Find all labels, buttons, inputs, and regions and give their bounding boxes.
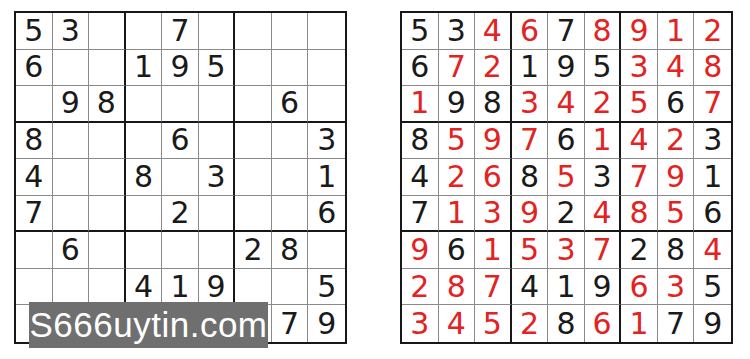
cell-r3c5: [162, 86, 199, 123]
cell-r3c9: [308, 86, 345, 123]
cell-r5c3: [89, 159, 126, 196]
cell-r2c9: 8: [694, 50, 731, 87]
cell-r1c4: 6: [512, 13, 549, 50]
cell-r2c3: 2: [475, 50, 512, 87]
cell-r2c3: [89, 50, 126, 87]
cell-r2c7: 3: [621, 50, 658, 87]
sudoku-diagram: 537619598686348317266284195879 534678912…: [0, 0, 750, 359]
cell-r6c5: 2: [162, 196, 199, 233]
cell-r9c2: 4: [439, 305, 476, 342]
cell-r7c1: 9: [402, 232, 439, 269]
cell-r2c4: 1: [512, 50, 549, 87]
cell-r6c7: 8: [621, 196, 658, 233]
cell-r6c2: [53, 196, 90, 233]
cell-r4c2: [53, 123, 90, 160]
cell-r1c8: [272, 13, 309, 50]
cell-r5c1: 4: [16, 159, 53, 196]
cell-r4c5: 6: [162, 123, 199, 160]
cell-r5c7: [235, 159, 272, 196]
cell-r7c9: [308, 232, 345, 269]
cell-r4c3: 9: [475, 123, 512, 160]
cell-r9c5: 8: [548, 305, 585, 342]
cell-r6c6: 4: [585, 196, 622, 233]
cell-r3c1: [16, 86, 53, 123]
cell-r2c9: [308, 50, 345, 87]
cell-r2c2: [53, 50, 90, 87]
cell-r6c1: 7: [402, 196, 439, 233]
cell-r5c4: 8: [126, 159, 163, 196]
cell-r5c9: 1: [308, 159, 345, 196]
cell-r8c9: 5: [694, 269, 731, 306]
cell-r4c1: 8: [16, 123, 53, 160]
cell-r1c7: [235, 13, 272, 50]
cell-r9c6: 6: [585, 305, 622, 342]
cell-r4c7: 4: [621, 123, 658, 160]
cell-r5c6: 3: [585, 159, 622, 196]
cell-r8c6: 9: [199, 269, 236, 306]
cell-r7c6: [199, 232, 236, 269]
cell-r7c5: [162, 232, 199, 269]
cell-r3c2: 9: [53, 86, 90, 123]
cell-r3c3: 8: [475, 86, 512, 123]
cell-r4c9: 3: [694, 123, 731, 160]
cell-r7c3: 1: [475, 232, 512, 269]
cell-r5c2: [53, 159, 90, 196]
cell-r8c6: 9: [585, 269, 622, 306]
solution-board: 5346789126721953481983425678597614234268…: [400, 11, 733, 344]
cell-r1c4: [126, 13, 163, 50]
cell-r8c1: 2: [402, 269, 439, 306]
cell-r3c1: 1: [402, 86, 439, 123]
cell-r6c6: [199, 196, 236, 233]
cell-r6c3: 3: [475, 196, 512, 233]
cell-r9c1: 3: [402, 305, 439, 342]
cell-r7c4: 5: [512, 232, 549, 269]
cell-r3c6: 2: [585, 86, 622, 123]
cell-r4c5: 6: [548, 123, 585, 160]
cell-r9c3: 5: [475, 305, 512, 342]
cell-r4c1: 8: [402, 123, 439, 160]
cell-r1c9: 2: [694, 13, 731, 50]
cell-r1c1: 5: [16, 13, 53, 50]
cell-r3c6: [199, 86, 236, 123]
cell-r4c6: [199, 123, 236, 160]
cell-r7c8: 8: [658, 232, 695, 269]
cell-r6c1: 7: [16, 196, 53, 233]
cell-r4c2: 5: [439, 123, 476, 160]
cell-r8c1: [16, 269, 53, 306]
cell-r2c6: 5: [199, 50, 236, 87]
cell-r7c2: 6: [53, 232, 90, 269]
cell-r5c5: [162, 159, 199, 196]
cell-r7c6: 7: [585, 232, 622, 269]
cell-r9c4: 2: [512, 305, 549, 342]
cell-r7c3: [89, 232, 126, 269]
cell-r7c8: 8: [272, 232, 309, 269]
cell-r7c7: 2: [235, 232, 272, 269]
cell-r4c4: [126, 123, 163, 160]
cell-r6c7: [235, 196, 272, 233]
cell-r3c4: [126, 86, 163, 123]
cell-r5c6: 3: [199, 159, 236, 196]
cell-r9c8: 7: [272, 305, 309, 342]
cell-r1c2: 3: [53, 13, 90, 50]
cell-r3c7: 5: [621, 86, 658, 123]
watermark: S666uytin.com: [29, 302, 268, 348]
cell-r9c9: 9: [308, 305, 345, 342]
cell-r2c7: [235, 50, 272, 87]
cell-r3c8: 6: [658, 86, 695, 123]
cell-r8c8: [272, 269, 309, 306]
cell-r1c3: [89, 13, 126, 50]
cell-r2c6: 5: [585, 50, 622, 87]
cell-r4c9: 3: [308, 123, 345, 160]
cell-r1c6: 8: [585, 13, 622, 50]
cell-r5c9: 1: [694, 159, 731, 196]
cell-r3c7: [235, 86, 272, 123]
cell-r3c2: 9: [439, 86, 476, 123]
cell-r2c5: 9: [548, 50, 585, 87]
cell-r5c7: 7: [621, 159, 658, 196]
cell-r8c3: [89, 269, 126, 306]
cell-r6c4: [126, 196, 163, 233]
cell-r3c8: 6: [272, 86, 309, 123]
cell-r6c8: [272, 196, 309, 233]
cell-r8c4: 4: [126, 269, 163, 306]
cell-r7c7: 2: [621, 232, 658, 269]
cell-r2c5: 9: [162, 50, 199, 87]
cell-r8c7: 6: [621, 269, 658, 306]
cell-r2c8: [272, 50, 309, 87]
cell-r2c8: 4: [658, 50, 695, 87]
cell-r4c4: 7: [512, 123, 549, 160]
cell-r6c9: 6: [694, 196, 731, 233]
cell-r2c1: 6: [16, 50, 53, 87]
cell-r8c7: [235, 269, 272, 306]
cell-r5c8: [272, 159, 309, 196]
cell-r1c5: 7: [162, 13, 199, 50]
cell-r2c2: 7: [439, 50, 476, 87]
cell-r9c9: 9: [694, 305, 731, 342]
puzzle-board: 537619598686348317266284195879: [14, 11, 347, 344]
cell-r7c2: 6: [439, 232, 476, 269]
cell-r1c8: 1: [658, 13, 695, 50]
cell-r3c5: 4: [548, 86, 585, 123]
cell-r1c1: 5: [402, 13, 439, 50]
cell-r8c2: 8: [439, 269, 476, 306]
cell-r8c2: [53, 269, 90, 306]
cell-r6c5: 2: [548, 196, 585, 233]
cell-r5c2: 2: [439, 159, 476, 196]
cell-r6c3: [89, 196, 126, 233]
cell-r2c4: 1: [126, 50, 163, 87]
cell-r4c3: [89, 123, 126, 160]
cell-r4c8: [272, 123, 309, 160]
cell-r1c5: 7: [548, 13, 585, 50]
cell-r4c6: 1: [585, 123, 622, 160]
cell-r6c2: 1: [439, 196, 476, 233]
cell-r9c7: 1: [621, 305, 658, 342]
cell-r6c8: 5: [658, 196, 695, 233]
cell-r8c5: 1: [162, 269, 199, 306]
cell-r5c3: 6: [475, 159, 512, 196]
cell-r8c4: 4: [512, 269, 549, 306]
cell-r1c2: 3: [439, 13, 476, 50]
cell-r3c3: 8: [89, 86, 126, 123]
cell-r8c8: 3: [658, 269, 695, 306]
cell-r1c9: [308, 13, 345, 50]
cell-r9c8: 7: [658, 305, 695, 342]
cell-r6c9: 6: [308, 196, 345, 233]
cell-r3c9: 7: [694, 86, 731, 123]
cell-r1c7: 9: [621, 13, 658, 50]
cell-r3c4: 3: [512, 86, 549, 123]
cell-r7c4: [126, 232, 163, 269]
cell-r5c4: 8: [512, 159, 549, 196]
cell-r7c5: 3: [548, 232, 585, 269]
cell-r7c1: [16, 232, 53, 269]
cell-r5c5: 5: [548, 159, 585, 196]
cell-r8c5: 1: [548, 269, 585, 306]
cell-r1c6: [199, 13, 236, 50]
cell-r7c9: 4: [694, 232, 731, 269]
cell-r4c7: [235, 123, 272, 160]
cell-r1c3: 4: [475, 13, 512, 50]
cell-r8c9: 5: [308, 269, 345, 306]
cell-r2c1: 6: [402, 50, 439, 87]
cell-r5c1: 4: [402, 159, 439, 196]
cell-r6c4: 9: [512, 196, 549, 233]
cell-r8c3: 7: [475, 269, 512, 306]
cell-r4c8: 2: [658, 123, 695, 160]
cell-r5c8: 9: [658, 159, 695, 196]
